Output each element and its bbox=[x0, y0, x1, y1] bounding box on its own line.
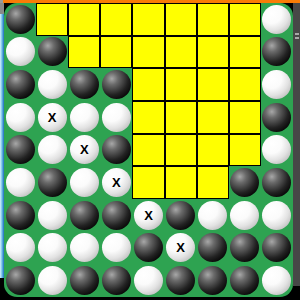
white-stone bbox=[70, 168, 99, 197]
empty-yellow-cell[interactable] bbox=[229, 101, 261, 134]
board-cell[interactable] bbox=[229, 264, 261, 297]
board-cell[interactable] bbox=[4, 134, 36, 167]
empty-yellow-cell[interactable] bbox=[68, 3, 100, 36]
empty-yellow-cell[interactable] bbox=[132, 3, 164, 36]
board-cell[interactable] bbox=[261, 101, 293, 134]
empty-yellow-cell[interactable] bbox=[165, 101, 197, 134]
black-stone bbox=[262, 37, 291, 66]
white-stone bbox=[230, 201, 259, 230]
board-cell[interactable] bbox=[261, 199, 293, 232]
empty-yellow-cell[interactable] bbox=[68, 36, 100, 69]
empty-yellow-cell[interactable] bbox=[165, 36, 197, 69]
empty-yellow-cell[interactable] bbox=[132, 101, 164, 134]
board-cell[interactable] bbox=[100, 68, 132, 101]
board-cell[interactable] bbox=[261, 166, 293, 199]
board-cell[interactable] bbox=[36, 36, 68, 69]
board-cell[interactable] bbox=[36, 264, 68, 297]
white-stone bbox=[262, 201, 291, 230]
black-stone bbox=[38, 168, 67, 197]
empty-yellow-cell[interactable] bbox=[165, 166, 197, 199]
board-cell[interactable] bbox=[100, 101, 132, 134]
board-cell[interactable] bbox=[36, 134, 68, 167]
right-edge-bar bbox=[293, 2, 300, 286]
board-cell[interactable] bbox=[100, 134, 132, 167]
empty-yellow-cell[interactable] bbox=[229, 68, 261, 101]
white-stone bbox=[262, 70, 291, 99]
board-cell[interactable] bbox=[261, 3, 293, 36]
board-cell[interactable] bbox=[261, 68, 293, 101]
board-cell[interactable] bbox=[68, 264, 100, 297]
board-cell[interactable] bbox=[197, 264, 229, 297]
board-grid: XXXXX bbox=[4, 3, 293, 297]
board-cell[interactable] bbox=[261, 134, 293, 167]
white-stone bbox=[6, 37, 35, 66]
x-mark: X bbox=[144, 209, 153, 222]
board-cell[interactable] bbox=[261, 232, 293, 265]
board-cell[interactable] bbox=[68, 199, 100, 232]
black-stone bbox=[102, 266, 131, 295]
white-stone bbox=[38, 266, 67, 295]
empty-yellow-cell[interactable] bbox=[165, 3, 197, 36]
board-cell[interactable] bbox=[197, 199, 229, 232]
white-stone-x-marked: X bbox=[38, 103, 67, 132]
board-cell[interactable] bbox=[36, 68, 68, 101]
black-stone bbox=[230, 266, 259, 295]
white-stone bbox=[262, 135, 291, 164]
black-stone bbox=[6, 266, 35, 295]
white-stone bbox=[6, 168, 35, 197]
board-cell[interactable] bbox=[197, 232, 229, 265]
board-cell[interactable] bbox=[4, 166, 36, 199]
board-cell[interactable] bbox=[36, 166, 68, 199]
board-cell[interactable] bbox=[4, 36, 36, 69]
empty-yellow-cell[interactable] bbox=[132, 166, 164, 199]
empty-yellow-cell[interactable] bbox=[197, 134, 229, 167]
white-stone bbox=[38, 135, 67, 164]
empty-yellow-cell[interactable] bbox=[229, 134, 261, 167]
board-cell[interactable] bbox=[229, 232, 261, 265]
white-stone bbox=[102, 233, 131, 262]
board-cell[interactable] bbox=[261, 264, 293, 297]
white-stone bbox=[102, 103, 131, 132]
empty-yellow-cell[interactable] bbox=[132, 36, 164, 69]
board-cell[interactable]: X bbox=[68, 134, 100, 167]
x-mark: X bbox=[48, 111, 57, 124]
black-stone bbox=[38, 37, 67, 66]
empty-yellow-cell[interactable] bbox=[165, 134, 197, 167]
black-stone bbox=[262, 168, 291, 197]
board-cell[interactable] bbox=[4, 3, 36, 36]
x-mark: X bbox=[176, 241, 185, 254]
right-edge-artifact bbox=[295, 33, 299, 35]
board-cell[interactable] bbox=[100, 264, 132, 297]
white-stone bbox=[70, 103, 99, 132]
board-cell[interactable]: X bbox=[36, 101, 68, 134]
black-stone bbox=[166, 201, 195, 230]
black-stone bbox=[262, 233, 291, 262]
white-stone bbox=[6, 103, 35, 132]
board-cell[interactable] bbox=[4, 101, 36, 134]
board-cell[interactable] bbox=[68, 166, 100, 199]
black-stone bbox=[6, 5, 35, 34]
black-stone bbox=[230, 233, 259, 262]
white-stone bbox=[262, 266, 291, 295]
black-stone bbox=[198, 266, 227, 295]
empty-yellow-cell[interactable] bbox=[165, 68, 197, 101]
x-mark: X bbox=[80, 143, 89, 156]
black-stone bbox=[70, 266, 99, 295]
board-cell[interactable] bbox=[261, 36, 293, 69]
empty-yellow-cell[interactable] bbox=[132, 68, 164, 101]
black-stone bbox=[134, 233, 163, 262]
white-stone bbox=[6, 233, 35, 262]
game-board: XXXXX bbox=[4, 3, 293, 297]
x-mark: X bbox=[112, 176, 121, 189]
empty-yellow-cell[interactable] bbox=[132, 134, 164, 167]
board-cell[interactable] bbox=[165, 264, 197, 297]
empty-yellow-cell[interactable] bbox=[197, 166, 229, 199]
black-stone bbox=[102, 135, 131, 164]
board-cell[interactable] bbox=[68, 101, 100, 134]
empty-yellow-cell[interactable] bbox=[229, 36, 261, 69]
empty-yellow-cell[interactable] bbox=[197, 101, 229, 134]
black-stone bbox=[198, 233, 227, 262]
board-cell[interactable]: X bbox=[165, 232, 197, 265]
white-stone-x-marked: X bbox=[166, 233, 195, 262]
board-cell[interactable] bbox=[229, 166, 261, 199]
board-cell[interactable] bbox=[68, 68, 100, 101]
white-stone bbox=[198, 201, 227, 230]
empty-yellow-cell[interactable] bbox=[100, 36, 132, 69]
black-stone bbox=[102, 201, 131, 230]
black-stone bbox=[6, 135, 35, 164]
black-stone bbox=[70, 201, 99, 230]
board-cell[interactable] bbox=[4, 68, 36, 101]
black-stone bbox=[70, 70, 99, 99]
board-cell[interactable] bbox=[132, 264, 164, 297]
board-cell[interactable] bbox=[4, 232, 36, 265]
white-stone bbox=[262, 5, 291, 34]
empty-yellow-cell[interactable] bbox=[229, 3, 261, 36]
black-stone bbox=[262, 103, 291, 132]
black-stone bbox=[6, 70, 35, 99]
white-stone-x-marked: X bbox=[70, 135, 99, 164]
white-stone bbox=[38, 233, 67, 262]
black-stone bbox=[230, 168, 259, 197]
board-cell[interactable] bbox=[68, 232, 100, 265]
right-edge-artifact bbox=[295, 37, 299, 39]
app-window: XXXXX bbox=[0, 0, 300, 300]
empty-yellow-cell[interactable] bbox=[36, 3, 68, 36]
empty-yellow-cell[interactable] bbox=[197, 68, 229, 101]
board-cell[interactable] bbox=[36, 232, 68, 265]
board-cell[interactable] bbox=[165, 199, 197, 232]
black-stone bbox=[102, 70, 131, 99]
board-cell[interactable]: X bbox=[100, 166, 132, 199]
black-stone bbox=[166, 266, 195, 295]
empty-yellow-cell[interactable] bbox=[197, 3, 229, 36]
white-stone bbox=[70, 233, 99, 262]
board-cell[interactable] bbox=[100, 232, 132, 265]
board-cell[interactable]: X bbox=[132, 199, 164, 232]
empty-yellow-cell[interactable] bbox=[197, 36, 229, 69]
board-cell[interactable] bbox=[36, 199, 68, 232]
empty-yellow-cell[interactable] bbox=[100, 3, 132, 36]
board-cell[interactable] bbox=[4, 199, 36, 232]
white-stone-x-marked: X bbox=[102, 168, 131, 197]
black-stone bbox=[6, 201, 35, 230]
board-cell[interactable] bbox=[100, 199, 132, 232]
white-stone bbox=[38, 70, 67, 99]
white-stone bbox=[38, 201, 67, 230]
white-stone bbox=[134, 266, 163, 295]
white-stone-x-marked: X bbox=[134, 201, 163, 230]
board-cell[interactable] bbox=[132, 232, 164, 265]
board-cell[interactable] bbox=[4, 264, 36, 297]
board-cell[interactable] bbox=[229, 199, 261, 232]
